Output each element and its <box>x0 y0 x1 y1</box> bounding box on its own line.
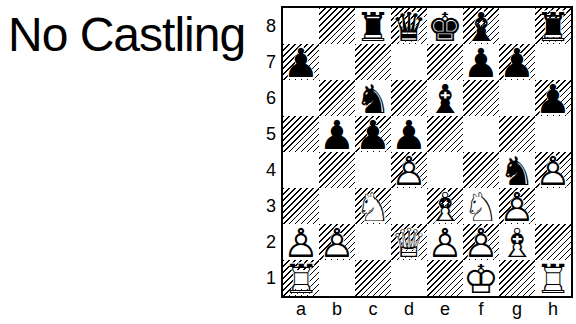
square-h2 <box>535 224 571 260</box>
square-e7 <box>427 44 463 80</box>
rank-labels: 87654321 <box>254 8 276 296</box>
square-a7: ♟♟ <box>283 44 319 80</box>
square-d1 <box>391 260 427 296</box>
square-g1 <box>499 260 535 296</box>
white-pawn-halo: ♟ <box>317 222 357 262</box>
square-c7 <box>355 44 391 80</box>
square-h3 <box>535 188 571 224</box>
rank-label-2: 2 <box>254 224 276 260</box>
square-f3: ♞♘ <box>463 188 499 224</box>
square-c6: ♞♞ <box>355 80 391 116</box>
black-bishop-halo: ♝ <box>425 78 465 118</box>
square-c5: ♟♟ <box>355 116 391 152</box>
black-rook: ♜ <box>535 8 571 44</box>
white-bishop-halo: ♝ <box>425 186 465 226</box>
square-h8: ♜♜ <box>535 8 571 44</box>
black-king-halo: ♚ <box>425 6 465 46</box>
square-e1 <box>427 260 463 296</box>
file-label-c: c <box>355 298 391 320</box>
white-knight-halo: ♞ <box>461 186 501 226</box>
white-pawn-halo: ♟ <box>281 222 321 262</box>
file-label-f: f <box>463 298 499 320</box>
rank-label-6: 6 <box>254 80 276 116</box>
square-g3: ♟♙ <box>499 188 535 224</box>
white-bishop: ♗ <box>499 224 535 260</box>
white-rook-halo: ♜ <box>281 258 321 298</box>
square-h4: ♟♙ <box>535 152 571 188</box>
rank-label-8: 8 <box>254 8 276 44</box>
square-f5 <box>463 116 499 152</box>
square-a3 <box>283 188 319 224</box>
white-bishop: ♗ <box>427 188 463 224</box>
black-rook-halo: ♜ <box>533 6 573 46</box>
white-king-halo: ♚ <box>461 258 501 298</box>
square-e5 <box>427 116 463 152</box>
white-pawn: ♙ <box>283 224 319 260</box>
square-c2 <box>355 224 391 260</box>
square-e2: ♟♙ <box>427 224 463 260</box>
square-c4 <box>355 152 391 188</box>
square-h5 <box>535 116 571 152</box>
square-b6 <box>319 80 355 116</box>
file-label-a: a <box>283 298 319 320</box>
white-king: ♔ <box>463 260 499 296</box>
rank-label-7: 7 <box>254 44 276 80</box>
square-a5 <box>283 116 319 152</box>
file-label-d: d <box>391 298 427 320</box>
file-label-h: h <box>535 298 571 320</box>
white-pawn: ♙ <box>535 152 571 188</box>
white-rook: ♖ <box>535 260 571 296</box>
black-rook-halo: ♜ <box>353 6 393 46</box>
square-f6 <box>463 80 499 116</box>
rank-label-1: 1 <box>254 260 276 296</box>
white-pawn-halo: ♟ <box>425 222 465 262</box>
black-knight: ♞ <box>499 152 535 188</box>
square-h6: ♟♟ <box>535 80 571 116</box>
square-d6 <box>391 80 427 116</box>
square-g5 <box>499 116 535 152</box>
black-knight: ♞ <box>355 80 391 116</box>
black-knight-halo: ♞ <box>353 78 393 118</box>
black-pawn: ♟ <box>463 44 499 80</box>
square-a1: ♜♖ <box>283 260 319 296</box>
square-e4 <box>427 152 463 188</box>
white-pawn: ♙ <box>319 224 355 260</box>
black-pawn: ♟ <box>535 80 571 116</box>
black-king: ♚ <box>427 8 463 44</box>
square-e8: ♚♚ <box>427 8 463 44</box>
black-pawn-halo: ♟ <box>353 114 393 154</box>
white-rook-halo: ♜ <box>533 258 573 298</box>
black-pawn-halo: ♟ <box>497 42 537 82</box>
black-pawn-halo: ♟ <box>389 114 429 154</box>
white-queen-halo: ♛ <box>389 222 429 262</box>
square-e3: ♝♗ <box>427 188 463 224</box>
square-b3 <box>319 188 355 224</box>
white-queen: ♕ <box>391 224 427 260</box>
black-bishop: ♝ <box>427 80 463 116</box>
file-labels: abcdefgh <box>283 298 571 320</box>
square-d3 <box>391 188 427 224</box>
black-queen-halo: ♛ <box>389 6 429 46</box>
white-pawn-halo: ♟ <box>389 150 429 190</box>
square-c3: ♞♘ <box>355 188 391 224</box>
black-bishop: ♝ <box>463 8 499 44</box>
white-rook: ♖ <box>283 260 319 296</box>
square-g7: ♟♟ <box>499 44 535 80</box>
square-d7 <box>391 44 427 80</box>
square-b2: ♟♙ <box>319 224 355 260</box>
black-pawn-halo: ♟ <box>281 42 321 82</box>
white-pawn-halo: ♟ <box>497 186 537 226</box>
square-c8: ♜♜ <box>355 8 391 44</box>
white-pawn: ♙ <box>391 152 427 188</box>
black-pawn-halo: ♟ <box>317 114 357 154</box>
white-knight-halo: ♞ <box>353 186 393 226</box>
black-pawn: ♟ <box>283 44 319 80</box>
square-b4 <box>319 152 355 188</box>
square-b1 <box>319 260 355 296</box>
square-f8: ♝♝ <box>463 8 499 44</box>
black-pawn: ♟ <box>391 116 427 152</box>
file-label-b: b <box>319 298 355 320</box>
square-g4: ♞♞ <box>499 152 535 188</box>
square-f1: ♚♔ <box>463 260 499 296</box>
white-knight: ♘ <box>355 188 391 224</box>
square-b5: ♟♟ <box>319 116 355 152</box>
square-h1: ♜♖ <box>535 260 571 296</box>
chess-board: ♜♜♛♛♚♚♝♝♜♜♟♟♟♟♟♟♞♞♝♝♟♟♟♟♟♟♟♟♟♙♞♞♟♙♞♘♝♗♞♘… <box>281 6 573 298</box>
square-d5: ♟♟ <box>391 116 427 152</box>
page-title: No Castling <box>8 2 245 68</box>
white-pawn: ♙ <box>463 224 499 260</box>
file-label-e: e <box>427 298 463 320</box>
square-f4 <box>463 152 499 188</box>
black-bishop-halo: ♝ <box>461 6 501 46</box>
rank-label-3: 3 <box>254 188 276 224</box>
rank-label-5: 5 <box>254 116 276 152</box>
black-queen: ♛ <box>391 8 427 44</box>
white-pawn-halo: ♟ <box>533 150 573 190</box>
black-pawn-halo: ♟ <box>461 42 501 82</box>
white-knight: ♘ <box>463 188 499 224</box>
black-pawn-halo: ♟ <box>533 78 573 118</box>
square-b7 <box>319 44 355 80</box>
square-f7: ♟♟ <box>463 44 499 80</box>
square-b8 <box>319 8 355 44</box>
square-d4: ♟♙ <box>391 152 427 188</box>
black-rook: ♜ <box>355 8 391 44</box>
square-a6 <box>283 80 319 116</box>
file-label-g: g <box>499 298 535 320</box>
white-pawn: ♙ <box>427 224 463 260</box>
square-a2: ♟♙ <box>283 224 319 260</box>
square-e6: ♝♝ <box>427 80 463 116</box>
square-g8 <box>499 8 535 44</box>
square-a4 <box>283 152 319 188</box>
square-d8: ♛♛ <box>391 8 427 44</box>
black-pawn: ♟ <box>355 116 391 152</box>
square-a8 <box>283 8 319 44</box>
white-pawn-halo: ♟ <box>461 222 501 262</box>
black-pawn: ♟ <box>499 44 535 80</box>
square-d2: ♛♕ <box>391 224 427 260</box>
square-h7 <box>535 44 571 80</box>
square-g6 <box>499 80 535 116</box>
rank-label-4: 4 <box>254 152 276 188</box>
white-pawn: ♙ <box>499 188 535 224</box>
square-c1 <box>355 260 391 296</box>
black-pawn: ♟ <box>319 116 355 152</box>
black-knight-halo: ♞ <box>497 150 537 190</box>
white-bishop-halo: ♝ <box>497 222 537 262</box>
square-g2: ♝♗ <box>499 224 535 260</box>
square-f2: ♟♙ <box>463 224 499 260</box>
